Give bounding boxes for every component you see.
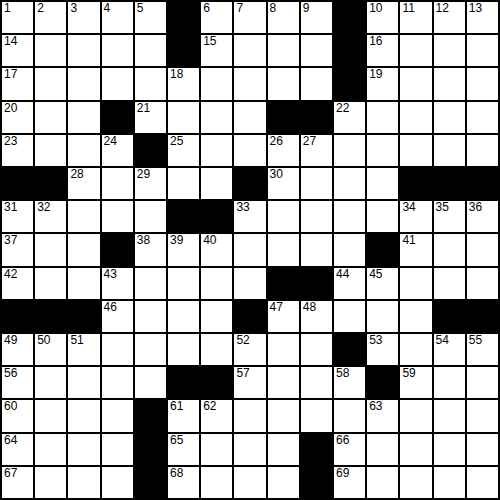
letter-cell-r14c15[interactable] [467, 434, 498, 465]
block-cell-r6c15 [467, 168, 498, 199]
block-cell-r10c2 [35, 301, 66, 332]
block-cell-r2c6 [168, 35, 199, 66]
letter-cell-r2c1[interactable]: 14 [2, 35, 33, 66]
letter-cell-r3c8[interactable] [234, 68, 265, 99]
letter-cell-r11c4[interactable] [102, 334, 133, 365]
letter-cell-r5c14[interactable] [434, 135, 465, 166]
clue-number-54: 54 [436, 334, 449, 347]
letter-cell-r8c5[interactable]: 38 [135, 234, 166, 265]
letter-cell-r14c12[interactable] [367, 434, 398, 465]
letter-cell-r1c15[interactable]: 13 [467, 2, 498, 33]
letter-cell-r11c9[interactable] [268, 334, 299, 365]
clue-number-18: 18 [170, 68, 183, 81]
clue-number-6: 6 [203, 2, 210, 15]
clue-number-66: 66 [336, 434, 349, 447]
letter-cell-r8c15[interactable] [467, 234, 498, 265]
block-cell-r15c5 [135, 467, 166, 498]
clue-number-20: 20 [4, 102, 17, 115]
letter-cell-r4c15[interactable] [467, 102, 498, 133]
clue-number-56: 56 [4, 367, 17, 380]
block-cell-r14c5 [135, 434, 166, 465]
letter-cell-r12c1[interactable]: 56 [2, 367, 33, 398]
letter-cell-r11c15[interactable]: 55 [467, 334, 498, 365]
block-cell-r6c13 [400, 168, 431, 199]
letter-cell-r11c2[interactable]: 50 [35, 334, 66, 365]
letter-cell-r3c14[interactable] [434, 68, 465, 99]
letter-cell-r4c3[interactable] [68, 102, 99, 133]
letter-cell-r8c13[interactable]: 41 [400, 234, 431, 265]
block-cell-r7c7 [201, 201, 232, 232]
letter-cell-r2c4[interactable] [102, 35, 133, 66]
letter-cell-r1c4[interactable]: 4 [102, 2, 133, 33]
clue-number-10: 10 [369, 2, 382, 15]
letter-cell-r3c3[interactable] [68, 68, 99, 99]
letter-cell-r12c2[interactable] [35, 367, 66, 398]
letter-cell-r3c9[interactable] [268, 68, 299, 99]
clue-number-48: 48 [303, 301, 316, 314]
clue-number-50: 50 [37, 334, 50, 347]
letter-cell-r4c11[interactable]: 22 [334, 102, 365, 133]
letter-cell-r14c8[interactable] [234, 434, 265, 465]
letter-cell-r2c9[interactable] [268, 35, 299, 66]
letter-cell-r6c7[interactable] [201, 168, 232, 199]
clue-number-29: 29 [137, 168, 150, 181]
block-cell-r1c6 [168, 2, 199, 33]
letter-cell-r10c10[interactable]: 48 [301, 301, 332, 332]
clue-number-15: 15 [203, 35, 216, 48]
letter-cell-r6c3[interactable]: 28 [68, 168, 99, 199]
block-cell-r1c11 [334, 2, 365, 33]
block-cell-r10c3 [68, 301, 99, 332]
letter-cell-r14c14[interactable] [434, 434, 465, 465]
letter-cell-r9c11[interactable]: 44 [334, 268, 365, 299]
letter-cell-r11c12[interactable]: 53 [367, 334, 398, 365]
letter-cell-r12c13[interactable]: 59 [400, 367, 431, 398]
letter-cell-r9c4[interactable]: 43 [102, 268, 133, 299]
clue-number-9: 9 [303, 2, 310, 15]
clue-number-28: 28 [70, 168, 83, 181]
letter-cell-r5c4[interactable]: 24 [102, 135, 133, 166]
clue-number-30: 30 [270, 168, 283, 181]
letter-cell-r2c10[interactable] [301, 35, 332, 66]
letter-cell-r2c8[interactable] [234, 35, 265, 66]
letter-cell-r11c13[interactable] [400, 334, 431, 365]
letter-cell-r13c4[interactable] [102, 400, 133, 431]
letter-cell-r1c3[interactable]: 3 [68, 2, 99, 33]
letter-cell-r10c4[interactable]: 46 [102, 301, 133, 332]
letter-cell-r14c11[interactable]: 66 [334, 434, 365, 465]
clue-number-5: 5 [137, 2, 144, 15]
clue-number-37: 37 [4, 234, 17, 247]
letter-cell-r7c12[interactable] [367, 201, 398, 232]
clue-number-60: 60 [4, 400, 17, 413]
block-cell-r5c5 [135, 135, 166, 166]
letter-cell-r5c10[interactable]: 27 [301, 135, 332, 166]
letter-cell-r5c2[interactable] [35, 135, 66, 166]
letter-cell-r11c3[interactable]: 51 [68, 334, 99, 365]
letter-cell-r5c9[interactable]: 26 [268, 135, 299, 166]
letter-cell-r9c5[interactable] [135, 268, 166, 299]
letter-cell-r14c2[interactable] [35, 434, 66, 465]
letter-cell-r13c15[interactable] [467, 400, 498, 431]
clue-number-63: 63 [369, 400, 382, 413]
letter-cell-r15c6[interactable]: 68 [168, 467, 199, 498]
clue-number-7: 7 [236, 2, 243, 15]
clue-number-58: 58 [336, 367, 349, 380]
block-cell-r6c14 [434, 168, 465, 199]
letter-cell-r4c6[interactable] [168, 102, 199, 133]
letter-cell-r10c9[interactable]: 47 [268, 301, 299, 332]
block-cell-r14c10 [301, 434, 332, 465]
clue-number-17: 17 [4, 68, 17, 81]
letter-cell-r14c4[interactable] [102, 434, 133, 465]
letter-cell-r2c15[interactable] [467, 35, 498, 66]
clue-number-51: 51 [70, 334, 83, 347]
letter-cell-r15c3[interactable] [68, 467, 99, 498]
letter-cell-r4c2[interactable] [35, 102, 66, 133]
letter-cell-r5c12[interactable] [367, 135, 398, 166]
letter-cell-r7c1[interactable]: 31 [2, 201, 33, 232]
letter-cell-r13c14[interactable] [434, 400, 465, 431]
clue-number-46: 46 [104, 301, 117, 314]
clue-number-12: 12 [436, 2, 449, 15]
letter-cell-r6c11[interactable] [334, 168, 365, 199]
block-cell-r9c9 [268, 268, 299, 299]
letter-cell-r7c5[interactable] [135, 201, 166, 232]
clue-number-27: 27 [303, 135, 316, 148]
letter-cell-r15c14[interactable] [434, 467, 465, 498]
clue-number-69: 69 [336, 467, 349, 480]
letter-cell-r4c12[interactable] [367, 102, 398, 133]
letter-cell-r3c7[interactable] [201, 68, 232, 99]
letter-cell-r2c13[interactable] [400, 35, 431, 66]
letter-cell-r13c10[interactable] [301, 400, 332, 431]
letter-cell-r14c7[interactable] [201, 434, 232, 465]
letter-cell-r4c13[interactable] [400, 102, 431, 133]
clue-number-45: 45 [369, 268, 382, 281]
letter-cell-r1c5[interactable]: 5 [135, 2, 166, 33]
letter-cell-r12c5[interactable] [135, 367, 166, 398]
letter-cell-r12c3[interactable] [68, 367, 99, 398]
letter-cell-r12c9[interactable] [268, 367, 299, 398]
letter-cell-r7c9[interactable] [268, 201, 299, 232]
letter-cell-r5c8[interactable] [234, 135, 265, 166]
clue-number-41: 41 [402, 234, 415, 247]
letter-cell-r3c15[interactable] [467, 68, 498, 99]
letter-cell-r11c8[interactable]: 52 [234, 334, 265, 365]
letter-cell-r4c5[interactable]: 21 [135, 102, 166, 133]
letter-cell-r9c15[interactable] [467, 268, 498, 299]
block-cell-r12c12 [367, 367, 398, 398]
clue-number-34: 34 [402, 201, 415, 214]
clue-number-42: 42 [4, 268, 17, 281]
letter-cell-r13c6[interactable]: 61 [168, 400, 199, 431]
letter-cell-r5c1[interactable]: 23 [2, 135, 33, 166]
letter-cell-r2c5[interactable] [135, 35, 166, 66]
clue-number-22: 22 [336, 102, 349, 115]
clue-number-32: 32 [37, 201, 50, 214]
letter-cell-r6c4[interactable] [102, 168, 133, 199]
letter-cell-r3c5[interactable] [135, 68, 166, 99]
letter-cell-r1c1[interactable]: 1 [2, 2, 33, 33]
clue-number-33: 33 [236, 201, 249, 214]
letter-cell-r9c14[interactable] [434, 268, 465, 299]
letter-cell-r15c7[interactable] [201, 467, 232, 498]
letter-cell-r13c11[interactable] [334, 400, 365, 431]
letter-cell-r15c2[interactable] [35, 467, 66, 498]
block-cell-r10c15 [467, 301, 498, 332]
letter-cell-r13c1[interactable]: 60 [2, 400, 33, 431]
letter-cell-r3c2[interactable] [35, 68, 66, 99]
clue-number-36: 36 [469, 201, 482, 214]
clue-number-68: 68 [170, 467, 183, 480]
letter-cell-r9c6[interactable] [168, 268, 199, 299]
letter-cell-r13c9[interactable] [268, 400, 299, 431]
letter-cell-r7c10[interactable] [301, 201, 332, 232]
clue-number-38: 38 [137, 234, 150, 247]
letter-cell-r2c14[interactable] [434, 35, 465, 66]
letter-cell-r13c8[interactable] [234, 400, 265, 431]
letter-cell-r11c5[interactable] [135, 334, 166, 365]
letter-cell-r4c14[interactable] [434, 102, 465, 133]
letter-cell-r1c10[interactable]: 9 [301, 2, 332, 33]
letter-cell-r13c12[interactable]: 63 [367, 400, 398, 431]
block-cell-r10c1 [2, 301, 33, 332]
letter-cell-r3c4[interactable] [102, 68, 133, 99]
clue-number-26: 26 [270, 135, 283, 148]
clue-number-31: 31 [4, 201, 17, 214]
letter-cell-r8c1[interactable]: 37 [2, 234, 33, 265]
block-cell-r8c4 [102, 234, 133, 265]
letter-cell-r10c6[interactable] [168, 301, 199, 332]
letter-cell-r9c1[interactable]: 42 [2, 268, 33, 299]
letter-cell-r11c7[interactable] [201, 334, 232, 365]
clue-number-40: 40 [203, 234, 216, 247]
crossword-board: 1234567891011121314151617181920212223242… [0, 0, 500, 500]
clue-number-64: 64 [4, 434, 17, 447]
letter-cell-r5c3[interactable] [68, 135, 99, 166]
block-cell-r10c8 [234, 301, 265, 332]
letter-cell-r6c12[interactable] [367, 168, 398, 199]
letter-cell-r1c14[interactable]: 12 [434, 2, 465, 33]
clue-number-52: 52 [236, 334, 249, 347]
letter-cell-r7c13[interactable]: 34 [400, 201, 431, 232]
block-cell-r4c4 [102, 102, 133, 133]
letter-cell-r8c10[interactable] [301, 234, 332, 265]
letter-cell-r2c2[interactable] [35, 35, 66, 66]
letter-cell-r10c7[interactable] [201, 301, 232, 332]
block-cell-r8c12 [367, 234, 398, 265]
block-cell-r15c10 [301, 467, 332, 498]
clue-number-57: 57 [236, 367, 249, 380]
block-cell-r6c8 [234, 168, 265, 199]
letter-cell-r15c1[interactable]: 67 [2, 467, 33, 498]
letter-cell-r12c4[interactable] [102, 367, 133, 398]
letter-cell-r6c5[interactable]: 29 [135, 168, 166, 199]
letter-cell-r13c3[interactable] [68, 400, 99, 431]
clue-number-16: 16 [369, 35, 382, 48]
letter-cell-r10c12[interactable] [367, 301, 398, 332]
clue-number-19: 19 [369, 68, 382, 81]
letter-cell-r12c8[interactable]: 57 [234, 367, 265, 398]
letter-cell-r10c5[interactable] [135, 301, 166, 332]
letter-cell-r11c14[interactable]: 54 [434, 334, 465, 365]
block-cell-r6c2 [35, 168, 66, 199]
letter-cell-r11c10[interactable] [301, 334, 332, 365]
block-cell-r7c6 [168, 201, 199, 232]
clue-number-35: 35 [436, 201, 449, 214]
letter-cell-r3c6[interactable]: 18 [168, 68, 199, 99]
clue-number-53: 53 [369, 334, 382, 347]
letter-cell-r2c3[interactable] [68, 35, 99, 66]
letter-cell-r1c13[interactable]: 11 [400, 2, 431, 33]
clue-number-14: 14 [4, 35, 17, 48]
clue-number-55: 55 [469, 334, 482, 347]
letter-cell-r10c13[interactable] [400, 301, 431, 332]
letter-cell-r15c8[interactable] [234, 467, 265, 498]
clue-number-39: 39 [170, 234, 183, 247]
block-cell-r4c10 [301, 102, 332, 133]
letter-cell-r1c8[interactable]: 7 [234, 2, 265, 33]
block-cell-r13c5 [135, 400, 166, 431]
block-cell-r12c7 [201, 367, 232, 398]
letter-cell-r5c13[interactable] [400, 135, 431, 166]
clue-number-65: 65 [170, 434, 183, 447]
letter-cell-r7c2[interactable]: 32 [35, 201, 66, 232]
letter-cell-r4c1[interactable]: 20 [2, 102, 33, 133]
clue-number-21: 21 [137, 102, 150, 115]
letter-cell-r8c6[interactable]: 39 [168, 234, 199, 265]
letter-cell-r4c8[interactable] [234, 102, 265, 133]
letter-cell-r11c6[interactable] [168, 334, 199, 365]
letter-cell-r15c11[interactable]: 69 [334, 467, 365, 498]
letter-cell-r9c13[interactable] [400, 268, 431, 299]
letter-cell-r6c6[interactable] [168, 168, 199, 199]
clue-number-59: 59 [402, 367, 415, 380]
clue-number-3: 3 [70, 2, 77, 15]
clue-number-67: 67 [4, 467, 17, 480]
block-cell-r6c1 [2, 168, 33, 199]
letter-cell-r13c7[interactable]: 62 [201, 400, 232, 431]
letter-cell-r7c4[interactable] [102, 201, 133, 232]
letter-cell-r10c11[interactable] [334, 301, 365, 332]
letter-cell-r15c13[interactable] [400, 467, 431, 498]
letter-cell-r3c10[interactable] [301, 68, 332, 99]
letter-cell-r13c2[interactable] [35, 400, 66, 431]
letter-cell-r8c11[interactable] [334, 234, 365, 265]
clue-number-11: 11 [402, 2, 414, 15]
letter-cell-r1c12[interactable]: 10 [367, 2, 398, 33]
clue-number-43: 43 [104, 268, 117, 281]
letter-cell-r9c8[interactable] [234, 268, 265, 299]
letter-cell-r12c10[interactable] [301, 367, 332, 398]
letter-cell-r14c6[interactable]: 65 [168, 434, 199, 465]
clue-number-62: 62 [203, 400, 216, 413]
block-cell-r4c9 [268, 102, 299, 133]
letter-cell-r8c3[interactable] [68, 234, 99, 265]
letter-cell-r14c9[interactable] [268, 434, 299, 465]
letter-cell-r8c9[interactable] [268, 234, 299, 265]
letter-cell-r7c14[interactable]: 35 [434, 201, 465, 232]
letter-cell-r8c2[interactable] [35, 234, 66, 265]
letter-cell-r8c14[interactable] [434, 234, 465, 265]
letter-cell-r11c1[interactable]: 49 [2, 334, 33, 365]
letter-cell-r14c13[interactable] [400, 434, 431, 465]
letter-cell-r5c7[interactable] [201, 135, 232, 166]
letter-cell-r7c3[interactable] [68, 201, 99, 232]
letter-cell-r6c10[interactable] [301, 168, 332, 199]
clue-number-61: 61 [170, 400, 183, 413]
letter-cell-r7c8[interactable]: 33 [234, 201, 265, 232]
letter-cell-r3c12[interactable]: 19 [367, 68, 398, 99]
clue-number-24: 24 [104, 135, 117, 148]
clue-number-13: 13 [469, 2, 482, 15]
clue-number-47: 47 [270, 301, 283, 314]
clue-number-1: 1 [4, 2, 11, 15]
letter-cell-r9c2[interactable] [35, 268, 66, 299]
letter-cell-r1c2[interactable]: 2 [35, 2, 66, 33]
letter-cell-r3c1[interactable]: 17 [2, 68, 33, 99]
clue-number-23: 23 [4, 135, 17, 148]
block-cell-r2c11 [334, 35, 365, 66]
letter-cell-r2c7[interactable]: 15 [201, 35, 232, 66]
block-cell-r9c10 [301, 268, 332, 299]
block-cell-r12c6 [168, 367, 199, 398]
block-cell-r3c11 [334, 68, 365, 99]
letter-cell-r2c12[interactable]: 16 [367, 35, 398, 66]
block-cell-r11c11 [334, 334, 365, 365]
letter-cell-r5c6[interactable]: 25 [168, 135, 199, 166]
letter-cell-r4c7[interactable] [201, 102, 232, 133]
letter-cell-r5c15[interactable] [467, 135, 498, 166]
clue-number-44: 44 [336, 268, 349, 281]
letter-cell-r1c7[interactable]: 6 [201, 2, 232, 33]
letter-cell-r9c3[interactable] [68, 268, 99, 299]
letter-cell-r9c12[interactable]: 45 [367, 268, 398, 299]
letter-cell-r8c7[interactable]: 40 [201, 234, 232, 265]
letter-cell-r14c1[interactable]: 64 [2, 434, 33, 465]
letter-cell-r6c9[interactable]: 30 [268, 168, 299, 199]
letter-cell-r12c15[interactable] [467, 367, 498, 398]
clue-number-4: 4 [104, 2, 111, 15]
letter-cell-r13c13[interactable] [400, 400, 431, 431]
block-cell-r10c14 [434, 301, 465, 332]
clue-number-2: 2 [37, 2, 44, 15]
letter-cell-r12c14[interactable] [434, 367, 465, 398]
letter-cell-r14c3[interactable] [68, 434, 99, 465]
letter-cell-r3c13[interactable] [400, 68, 431, 99]
clue-number-49: 49 [4, 334, 17, 347]
letter-cell-r15c9[interactable] [268, 467, 299, 498]
letter-cell-r15c4[interactable] [102, 467, 133, 498]
clue-number-25: 25 [170, 135, 183, 148]
letter-cell-r1c9[interactable]: 8 [268, 2, 299, 33]
letter-cell-r15c15[interactable] [467, 467, 498, 498]
letter-cell-r5c11[interactable] [334, 135, 365, 166]
letter-cell-r7c15[interactable]: 36 [467, 201, 498, 232]
clue-number-8: 8 [270, 2, 277, 15]
letter-cell-r15c12[interactable] [367, 467, 398, 498]
letter-cell-r9c7[interactable] [201, 268, 232, 299]
letter-cell-r8c8[interactable] [234, 234, 265, 265]
letter-cell-r7c11[interactable] [334, 201, 365, 232]
letter-cell-r12c11[interactable]: 58 [334, 367, 365, 398]
